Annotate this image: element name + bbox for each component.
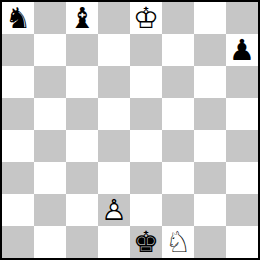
square-b1[interactable] bbox=[34, 226, 66, 258]
square-c3[interactable] bbox=[66, 162, 98, 194]
square-b8[interactable] bbox=[34, 2, 66, 34]
square-b6[interactable] bbox=[34, 66, 66, 98]
square-c1[interactable] bbox=[66, 226, 98, 258]
square-g7[interactable] bbox=[194, 34, 226, 66]
square-d3[interactable] bbox=[98, 162, 130, 194]
square-e3[interactable] bbox=[130, 162, 162, 194]
square-e6[interactable] bbox=[130, 66, 162, 98]
square-b3[interactable] bbox=[34, 162, 66, 194]
square-h8[interactable] bbox=[226, 2, 258, 34]
chess-board: ♞♝♚♔♟♟♙♚♞♘ bbox=[0, 0, 260, 260]
white-knight-glyph: ♘ bbox=[162, 226, 194, 258]
square-e2[interactable] bbox=[130, 194, 162, 226]
square-a3[interactable] bbox=[2, 162, 34, 194]
white-knight[interactable]: ♞♘ bbox=[162, 226, 194, 258]
white-king-glyph: ♔ bbox=[130, 2, 162, 34]
square-d7[interactable] bbox=[98, 34, 130, 66]
square-c6[interactable] bbox=[66, 66, 98, 98]
square-d5[interactable] bbox=[98, 98, 130, 130]
square-g6[interactable] bbox=[194, 66, 226, 98]
square-a6[interactable] bbox=[2, 66, 34, 98]
square-g5[interactable] bbox=[194, 98, 226, 130]
square-c8[interactable]: ♝ bbox=[66, 2, 98, 34]
square-a2[interactable] bbox=[2, 194, 34, 226]
square-d6[interactable] bbox=[98, 66, 130, 98]
square-f3[interactable] bbox=[162, 162, 194, 194]
square-a7[interactable] bbox=[2, 34, 34, 66]
square-h7[interactable]: ♟ bbox=[226, 34, 258, 66]
square-d1[interactable] bbox=[98, 226, 130, 258]
square-c2[interactable] bbox=[66, 194, 98, 226]
square-f1[interactable]: ♞♘ bbox=[162, 226, 194, 258]
square-c5[interactable] bbox=[66, 98, 98, 130]
square-b5[interactable] bbox=[34, 98, 66, 130]
square-g3[interactable] bbox=[194, 162, 226, 194]
square-g1[interactable] bbox=[194, 226, 226, 258]
square-e1[interactable]: ♚ bbox=[130, 226, 162, 258]
square-a8[interactable]: ♞ bbox=[2, 2, 34, 34]
black-pawn[interactable]: ♟ bbox=[226, 34, 258, 66]
square-e8[interactable]: ♚♔ bbox=[130, 2, 162, 34]
square-f2[interactable] bbox=[162, 194, 194, 226]
square-h5[interactable] bbox=[226, 98, 258, 130]
square-h4[interactable] bbox=[226, 130, 258, 162]
square-c4[interactable] bbox=[66, 130, 98, 162]
square-f6[interactable] bbox=[162, 66, 194, 98]
square-b4[interactable] bbox=[34, 130, 66, 162]
black-bishop[interactable]: ♝ bbox=[66, 2, 98, 34]
square-d2[interactable]: ♟♙ bbox=[98, 194, 130, 226]
square-f7[interactable] bbox=[162, 34, 194, 66]
black-king[interactable]: ♚ bbox=[130, 226, 162, 258]
square-a1[interactable] bbox=[2, 226, 34, 258]
square-h2[interactable] bbox=[226, 194, 258, 226]
square-f8[interactable] bbox=[162, 2, 194, 34]
white-king[interactable]: ♚♔ bbox=[130, 2, 162, 34]
square-e5[interactable] bbox=[130, 98, 162, 130]
square-a4[interactable] bbox=[2, 130, 34, 162]
square-c7[interactable] bbox=[66, 34, 98, 66]
black-knight[interactable]: ♞ bbox=[2, 2, 34, 34]
chess-diagram: ♞♝♚♔♟♟♙♚♞♘ bbox=[0, 0, 260, 260]
square-h1[interactable] bbox=[226, 226, 258, 258]
square-g2[interactable] bbox=[194, 194, 226, 226]
square-h6[interactable] bbox=[226, 66, 258, 98]
square-e4[interactable] bbox=[130, 130, 162, 162]
white-pawn-glyph: ♙ bbox=[98, 194, 130, 226]
square-d8[interactable] bbox=[98, 2, 130, 34]
square-e7[interactable] bbox=[130, 34, 162, 66]
square-g4[interactable] bbox=[194, 130, 226, 162]
square-g8[interactable] bbox=[194, 2, 226, 34]
square-f5[interactable] bbox=[162, 98, 194, 130]
square-a5[interactable] bbox=[2, 98, 34, 130]
square-b2[interactable] bbox=[34, 194, 66, 226]
square-h3[interactable] bbox=[226, 162, 258, 194]
white-pawn[interactable]: ♟♙ bbox=[98, 194, 130, 226]
square-b7[interactable] bbox=[34, 34, 66, 66]
square-d4[interactable] bbox=[98, 130, 130, 162]
square-f4[interactable] bbox=[162, 130, 194, 162]
